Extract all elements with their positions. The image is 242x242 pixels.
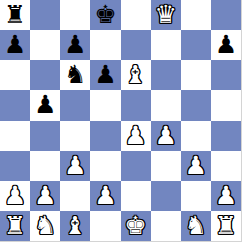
square-c4[interactable]	[60, 121, 90, 151]
square-c6[interactable]: ♞	[60, 60, 90, 90]
square-g3[interactable]: ♟	[181, 151, 211, 181]
square-b2[interactable]: ♟	[30, 181, 60, 211]
square-c2[interactable]	[60, 181, 90, 211]
square-g4[interactable]	[181, 121, 211, 151]
square-d4[interactable]	[90, 121, 120, 151]
square-a4[interactable]	[0, 121, 30, 151]
square-c7[interactable]: ♟	[60, 30, 90, 60]
square-c8[interactable]	[60, 0, 90, 30]
square-g1[interactable]: ♞	[181, 211, 211, 241]
white-queen: ♛	[154, 0, 176, 30]
square-f7[interactable]	[151, 30, 181, 60]
square-g2[interactable]	[181, 181, 211, 211]
square-h1[interactable]: ♜	[211, 211, 241, 241]
square-a5[interactable]	[0, 90, 30, 120]
white-pawn: ♟	[124, 121, 146, 151]
black-knight: ♞	[64, 60, 86, 90]
black-pawn: ♟	[4, 30, 26, 60]
square-d7[interactable]	[90, 30, 120, 60]
square-b3[interactable]	[30, 151, 60, 181]
square-h6[interactable]	[211, 60, 241, 90]
square-b4[interactable]	[30, 121, 60, 151]
square-d5[interactable]	[90, 90, 120, 120]
square-c1[interactable]: ♝	[60, 211, 90, 241]
white-pawn: ♟	[94, 181, 116, 211]
white-rook: ♜	[215, 211, 237, 241]
square-b6[interactable]	[30, 60, 60, 90]
square-e5[interactable]	[121, 90, 151, 120]
square-d8[interactable]: ♚	[90, 0, 120, 30]
white-knight: ♞	[34, 211, 56, 241]
square-c5[interactable]	[60, 90, 90, 120]
square-e6[interactable]: ♝	[121, 60, 151, 90]
white-pawn: ♟	[185, 151, 207, 181]
black-pawn: ♟	[64, 30, 86, 60]
white-rook: ♜	[4, 211, 26, 241]
square-b1[interactable]: ♞	[30, 211, 60, 241]
square-h4[interactable]	[211, 121, 241, 151]
square-a6[interactable]	[0, 60, 30, 90]
square-c3[interactable]: ♟	[60, 151, 90, 181]
square-f2[interactable]	[151, 181, 181, 211]
chess-board: ♜♚♛♟♟♟♞♟♝♟♟♟♟♟♟♟♟♟♜♞♝♚♞♜	[0, 0, 242, 242]
square-f1[interactable]	[151, 211, 181, 241]
square-f8[interactable]: ♛	[151, 0, 181, 30]
square-d2[interactable]: ♟	[90, 181, 120, 211]
white-pawn: ♟	[4, 181, 26, 211]
square-b8[interactable]	[30, 0, 60, 30]
chess-board-wrapper: ♜♚♛♟♟♟♞♟♝♟♟♟♟♟♟♟♟♟♜♞♝♚♞♜	[0, 0, 242, 242]
square-g8[interactable]	[181, 0, 211, 30]
white-pawn: ♟	[34, 181, 56, 211]
black-king: ♚	[94, 0, 116, 30]
square-a7[interactable]: ♟	[0, 30, 30, 60]
square-e1[interactable]: ♚	[121, 211, 151, 241]
square-e3[interactable]	[121, 151, 151, 181]
white-pawn: ♟	[154, 121, 176, 151]
black-rook: ♜	[4, 0, 26, 30]
square-e2[interactable]	[121, 181, 151, 211]
square-f6[interactable]	[151, 60, 181, 90]
square-f3[interactable]	[151, 151, 181, 181]
white-pawn: ♟	[215, 181, 237, 211]
square-g6[interactable]	[181, 60, 211, 90]
black-pawn: ♟	[94, 60, 116, 90]
white-king: ♚	[124, 211, 146, 241]
square-h2[interactable]: ♟	[211, 181, 241, 211]
white-bishop: ♝	[124, 60, 146, 90]
square-a2[interactable]: ♟	[0, 181, 30, 211]
square-h3[interactable]	[211, 151, 241, 181]
square-b7[interactable]	[30, 30, 60, 60]
square-g7[interactable]	[181, 30, 211, 60]
white-pawn: ♟	[64, 151, 86, 181]
white-bishop: ♝	[64, 211, 86, 241]
square-e4[interactable]: ♟	[121, 121, 151, 151]
square-h5[interactable]	[211, 90, 241, 120]
square-a8[interactable]: ♜	[0, 0, 30, 30]
square-d6[interactable]: ♟	[90, 60, 120, 90]
square-d1[interactable]	[90, 211, 120, 241]
white-knight: ♞	[185, 211, 207, 241]
square-e7[interactable]	[121, 30, 151, 60]
square-f4[interactable]: ♟	[151, 121, 181, 151]
black-pawn: ♟	[215, 30, 237, 60]
square-a3[interactable]	[0, 151, 30, 181]
square-f5[interactable]	[151, 90, 181, 120]
square-e8[interactable]	[121, 0, 151, 30]
black-pawn: ♟	[34, 90, 56, 120]
square-h8[interactable]	[211, 0, 241, 30]
square-d3[interactable]	[90, 151, 120, 181]
square-g5[interactable]	[181, 90, 211, 120]
square-b5[interactable]: ♟	[30, 90, 60, 120]
square-h7[interactable]: ♟	[211, 30, 241, 60]
square-a1[interactable]: ♜	[0, 211, 30, 241]
